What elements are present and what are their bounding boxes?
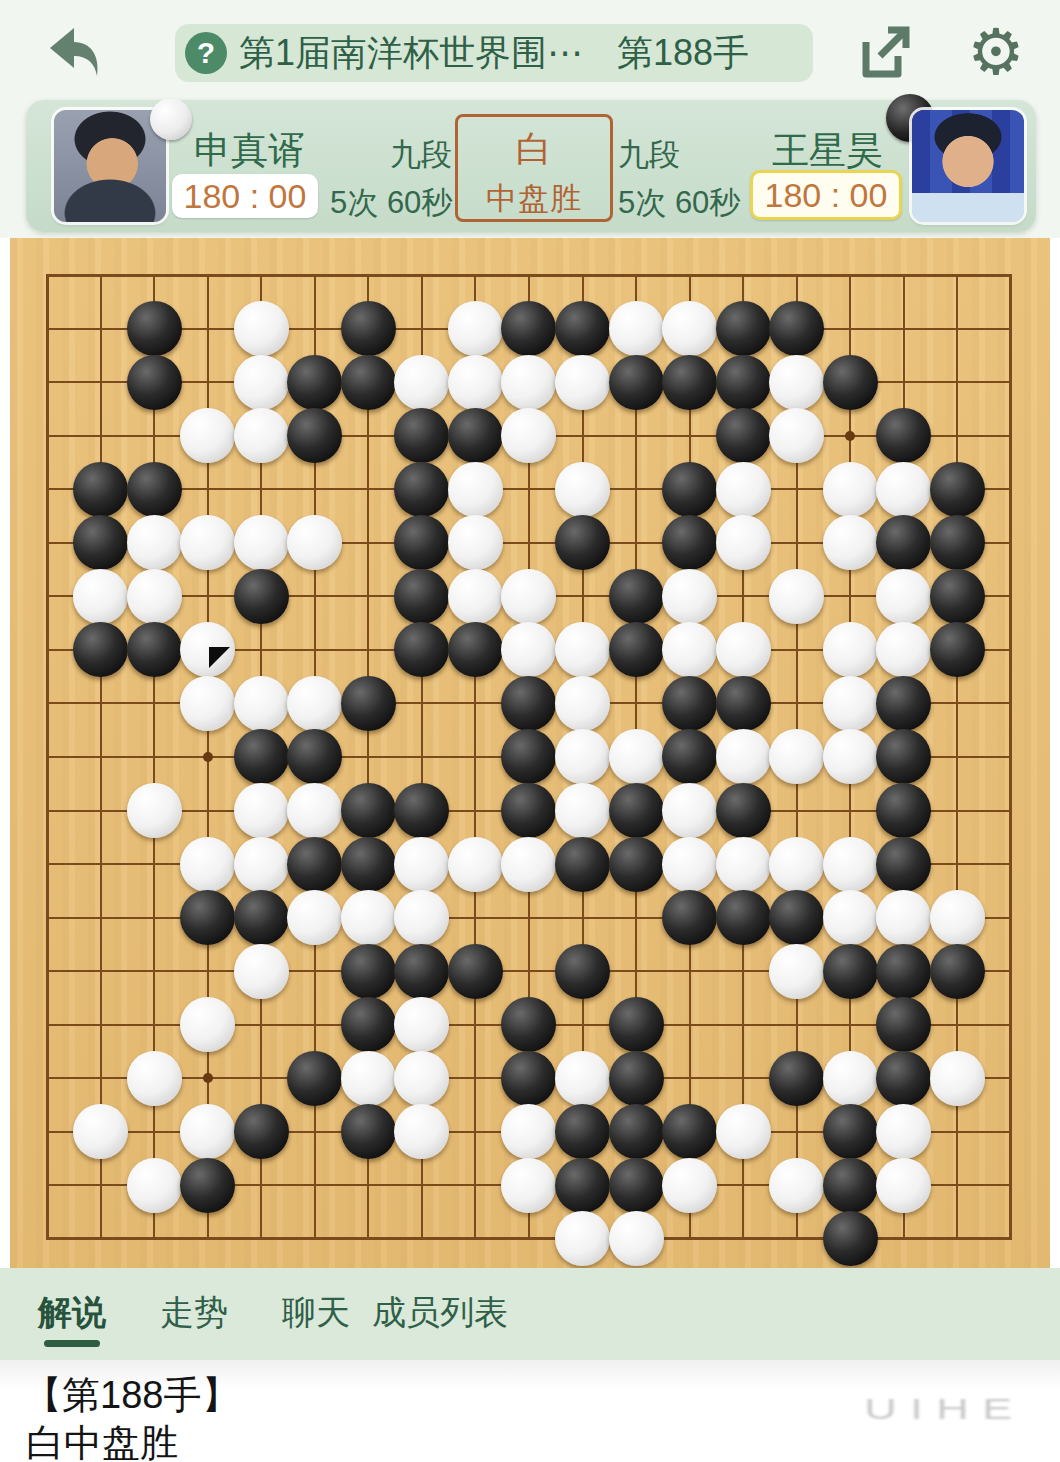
stone-black — [394, 408, 449, 463]
stone-black — [609, 569, 664, 624]
stone-white — [555, 676, 610, 731]
stone-black — [234, 1104, 289, 1159]
top-section: ? 第1届南洋杯世界围⋯ 第188手 ⚙ 申真谞 180 : 00 九段 5次 … — [0, 0, 1060, 238]
stone-white — [876, 890, 931, 945]
stone-black — [716, 355, 771, 410]
stone-black — [341, 1104, 396, 1159]
stone-black — [394, 944, 449, 999]
stone-black — [341, 783, 396, 838]
stone-white — [73, 569, 128, 624]
stone-black — [609, 783, 664, 838]
stone-white — [394, 355, 449, 410]
stone-white — [769, 944, 824, 999]
stone-white — [716, 1104, 771, 1159]
stone-white — [769, 408, 824, 463]
stone-white — [180, 408, 235, 463]
left-player-name: 申真谞 — [194, 126, 305, 176]
stone-white — [234, 301, 289, 356]
stone-black — [769, 890, 824, 945]
top-bar: ? 第1届南洋杯世界围⋯ 第188手 ⚙ — [0, 0, 1060, 96]
stone-white — [716, 837, 771, 892]
back-icon[interactable] — [38, 18, 102, 82]
stone-black — [930, 622, 985, 677]
stone-black — [609, 622, 664, 677]
stone-white — [287, 890, 342, 945]
stone-black — [501, 1051, 556, 1106]
stone-white — [716, 622, 771, 677]
stone-black — [555, 837, 610, 892]
star-point — [845, 431, 855, 441]
stone-black — [501, 676, 556, 731]
stone-white — [609, 1211, 664, 1266]
stone-white — [716, 462, 771, 517]
stone-black — [341, 944, 396, 999]
watermark: UIHE — [864, 1392, 1026, 1426]
stone-black — [287, 729, 342, 784]
stone-white — [823, 676, 878, 731]
stone-black — [930, 462, 985, 517]
stone-white — [555, 1051, 610, 1106]
stone-white — [234, 408, 289, 463]
stone-white — [555, 783, 610, 838]
stone-black — [930, 944, 985, 999]
stone-white — [769, 837, 824, 892]
stone-white — [501, 355, 556, 410]
stone-black — [876, 1051, 931, 1106]
stone-white — [180, 837, 235, 892]
stone-black — [180, 1158, 235, 1213]
stone-black — [287, 1051, 342, 1106]
commentary-result-text: 白中盘胜 — [26, 1418, 178, 1462]
game-title-pill[interactable]: ? 第1届南洋杯世界围⋯ 第188手 — [175, 24, 813, 82]
stone-black — [234, 729, 289, 784]
stone-black — [287, 408, 342, 463]
stone-black — [555, 1158, 610, 1213]
stone-black — [662, 515, 717, 570]
stone-white — [501, 622, 556, 677]
stone-white — [823, 622, 878, 677]
stone-black — [609, 1158, 664, 1213]
stone-white — [73, 1104, 128, 1159]
stone-white — [930, 890, 985, 945]
stone-white — [394, 1051, 449, 1106]
commentary-move-label: 【第188手】 — [24, 1370, 239, 1421]
stone-black — [394, 622, 449, 677]
stone-black — [127, 462, 182, 517]
stone-black — [127, 301, 182, 356]
last-move-marker — [209, 647, 230, 668]
stone-black — [501, 997, 556, 1052]
stone-white — [448, 301, 503, 356]
stone-white — [501, 1158, 556, 1213]
stone-black — [180, 890, 235, 945]
stone-white — [876, 569, 931, 624]
right-player-avatar[interactable] — [912, 110, 1024, 222]
stone-black — [287, 355, 342, 410]
stone-white — [823, 462, 878, 517]
stone-black — [73, 462, 128, 517]
stone-black — [234, 890, 289, 945]
stone-black — [394, 569, 449, 624]
stone-white — [769, 1158, 824, 1213]
stone-black — [769, 1051, 824, 1106]
game-title: 第1届南洋杯世界围⋯ — [239, 29, 583, 78]
stone-black — [609, 1051, 664, 1106]
stone-black — [287, 837, 342, 892]
stone-black — [716, 676, 771, 731]
stone-white — [555, 462, 610, 517]
help-icon[interactable]: ? — [185, 32, 227, 74]
stone-white — [501, 1104, 556, 1159]
right-player-byoyomi: 5次 60秒 — [618, 182, 740, 224]
active-tab-underline — [44, 1340, 100, 1347]
stone-white — [234, 355, 289, 410]
stone-white — [448, 355, 503, 410]
stone-black — [394, 462, 449, 517]
stone-white — [127, 569, 182, 624]
move-counter: 第188手 — [617, 29, 749, 78]
stone-black — [127, 622, 182, 677]
stone-black — [930, 569, 985, 624]
left-player-byoyomi: 5次 60秒 — [330, 182, 452, 224]
stone-white — [501, 569, 556, 624]
share-icon[interactable] — [852, 22, 914, 84]
stone-black — [662, 676, 717, 731]
stone-black — [341, 997, 396, 1052]
player-info-bar: 申真谞 180 : 00 九段 5次 60秒 白 中盘胜 九段 5次 60秒 王… — [26, 100, 1036, 232]
star-point — [203, 752, 213, 762]
stone-black — [769, 301, 824, 356]
stone-black — [716, 890, 771, 945]
stone-white — [394, 1104, 449, 1159]
stone-black — [930, 515, 985, 570]
stone-black — [609, 1104, 664, 1159]
stone-black — [609, 355, 664, 410]
stone-black — [823, 944, 878, 999]
stone-white — [501, 837, 556, 892]
left-player-clock: 180 : 00 — [172, 174, 318, 218]
stone-white — [662, 301, 717, 356]
stone-black — [341, 301, 396, 356]
stone-white — [662, 1158, 717, 1213]
stone-white — [662, 622, 717, 677]
tab-trend[interactable]: 走势 — [160, 1290, 228, 1336]
stone-black — [501, 301, 556, 356]
stone-white — [448, 837, 503, 892]
stone-white — [341, 1051, 396, 1106]
left-player-avatar[interactable] — [54, 110, 166, 222]
stone-black — [662, 890, 717, 945]
stone-white — [287, 783, 342, 838]
tab-commentary[interactable]: 解说 — [38, 1290, 106, 1336]
stone-black — [555, 1104, 610, 1159]
stone-white — [876, 1158, 931, 1213]
stone-white — [234, 837, 289, 892]
stone-white — [662, 783, 717, 838]
stone-black — [876, 729, 931, 784]
stone-black — [876, 944, 931, 999]
stone-white — [448, 462, 503, 517]
stone-white — [448, 515, 503, 570]
stone-black — [73, 515, 128, 570]
stone-white — [394, 837, 449, 892]
stone-white — [662, 837, 717, 892]
stone-black — [448, 408, 503, 463]
stone-white — [769, 729, 824, 784]
left-player-rank: 九段 — [390, 134, 452, 176]
stone-white — [180, 1104, 235, 1159]
white-stone-badge — [150, 98, 192, 140]
stone-black — [662, 355, 717, 410]
stone-black — [876, 997, 931, 1052]
tab-bar: 解说 走势 聊天 成员列表 — [0, 1268, 1060, 1360]
stone-black — [234, 569, 289, 624]
stone-black — [716, 301, 771, 356]
stone-white — [341, 890, 396, 945]
stone-black — [448, 622, 503, 677]
stone-white — [127, 515, 182, 570]
stone-white — [823, 837, 878, 892]
stone-black — [609, 837, 664, 892]
grid-line — [1009, 274, 1012, 1241]
tab-member-list[interactable]: 成员列表 — [372, 1290, 508, 1336]
stone-black — [341, 676, 396, 731]
stone-white — [180, 622, 235, 677]
stone-black — [341, 837, 396, 892]
stone-black — [823, 355, 878, 410]
stone-black — [501, 729, 556, 784]
stone-white — [394, 890, 449, 945]
stone-black — [341, 355, 396, 410]
result-box: 白 中盘胜 — [455, 114, 613, 222]
stone-white — [448, 569, 503, 624]
settings-gear-icon[interactable]: ⚙ — [956, 12, 1036, 92]
stone-white — [876, 1104, 931, 1159]
stone-white — [127, 783, 182, 838]
stone-white — [127, 1051, 182, 1106]
stone-black — [394, 783, 449, 838]
right-player-rank: 九段 — [618, 134, 680, 176]
stone-white — [180, 676, 235, 731]
stone-white — [823, 729, 878, 784]
stone-white — [716, 515, 771, 570]
stone-white — [180, 997, 235, 1052]
stone-white — [555, 729, 610, 784]
stone-black — [876, 408, 931, 463]
stone-black — [716, 408, 771, 463]
stone-white — [823, 515, 878, 570]
right-player-name: 王星昊 — [772, 126, 883, 176]
stone-black — [609, 997, 664, 1052]
stone-white — [555, 1211, 610, 1266]
stone-black — [555, 515, 610, 570]
star-point — [203, 1073, 213, 1083]
stone-black — [501, 783, 556, 838]
stone-black — [555, 944, 610, 999]
stone-black — [394, 515, 449, 570]
stone-white — [662, 569, 717, 624]
right-player-clock: 180 : 00 — [750, 170, 902, 220]
stone-white — [287, 676, 342, 731]
stone-black — [823, 1104, 878, 1159]
stone-white — [127, 1158, 182, 1213]
stone-black — [876, 676, 931, 731]
result-winner: 白 — [458, 125, 610, 174]
stone-white — [555, 622, 610, 677]
stone-black — [876, 515, 931, 570]
stone-white — [930, 1051, 985, 1106]
stone-black — [73, 622, 128, 677]
stone-black — [662, 1104, 717, 1159]
stone-black — [823, 1158, 878, 1213]
go-board[interactable] — [10, 238, 1050, 1268]
stone-black — [876, 783, 931, 838]
result-method: 中盘胜 — [458, 178, 610, 220]
stone-white — [555, 355, 610, 410]
stone-white — [823, 1051, 878, 1106]
stone-white — [287, 515, 342, 570]
stone-white — [823, 890, 878, 945]
stone-white — [609, 301, 664, 356]
stone-white — [234, 676, 289, 731]
stone-black — [716, 783, 771, 838]
stone-white — [234, 944, 289, 999]
stone-white — [180, 515, 235, 570]
stone-black — [555, 301, 610, 356]
stone-black — [823, 1211, 878, 1266]
stone-white — [234, 515, 289, 570]
commentary-panel: 【第188手】 白中盘胜 UIHE — [0, 1360, 1060, 1462]
stone-white — [394, 997, 449, 1052]
stone-black — [448, 944, 503, 999]
stone-black — [662, 729, 717, 784]
stone-black — [127, 355, 182, 410]
tab-chat[interactable]: 聊天 — [282, 1290, 350, 1336]
stone-white — [501, 408, 556, 463]
stone-white — [876, 622, 931, 677]
stone-white — [609, 729, 664, 784]
stone-white — [234, 783, 289, 838]
stone-white — [876, 462, 931, 517]
stone-black — [876, 837, 931, 892]
stone-white — [769, 569, 824, 624]
stone-white — [769, 355, 824, 410]
stone-black — [662, 462, 717, 517]
stone-white — [716, 729, 771, 784]
